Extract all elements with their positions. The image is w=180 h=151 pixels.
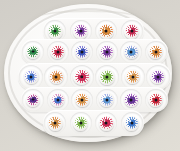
doll-eye-orange <box>99 24 114 39</box>
highlight-glint <box>30 49 32 51</box>
doll-eye-green <box>26 45 40 59</box>
highlight-glint <box>155 73 157 75</box>
pupil <box>105 122 108 125</box>
highlight-glint <box>129 48 131 50</box>
tray-row-5 <box>43 110 144 136</box>
pupil <box>105 98 108 101</box>
doll-eye-red <box>148 92 163 107</box>
eye-well <box>120 89 142 111</box>
pupil <box>32 98 35 101</box>
eye-well <box>71 41 93 63</box>
doll-eye-purple <box>124 92 139 107</box>
highlight-glint <box>104 96 106 98</box>
doll-eye-crimson <box>73 68 90 85</box>
highlight-glint <box>30 97 32 99</box>
eye-well <box>96 89 118 111</box>
pupil <box>55 75 58 78</box>
pupil <box>130 98 133 101</box>
eye-well <box>70 112 92 134</box>
doll-eye-amber <box>48 116 63 131</box>
doll-eye-orange <box>49 69 64 84</box>
pupil <box>56 50 59 53</box>
eye-well <box>121 112 143 134</box>
pupil <box>130 50 133 53</box>
eye-well <box>19 65 43 89</box>
pupil <box>56 98 59 101</box>
highlight-glint <box>104 120 106 122</box>
eye-well <box>22 89 44 111</box>
highlight-glint <box>28 73 30 75</box>
doll-eye-light-green <box>73 116 88 131</box>
highlight-glint <box>52 120 54 122</box>
eye-well <box>145 41 167 63</box>
doll-eye-crimson <box>124 24 139 39</box>
doll-eye-light-green <box>99 69 115 85</box>
tray-row-4 <box>21 87 168 112</box>
eye-well <box>95 112 117 134</box>
doll-eye-green <box>48 24 63 39</box>
eye-well <box>47 41 69 63</box>
eye-well <box>44 112 66 134</box>
pupil <box>156 75 159 78</box>
eye-well <box>70 65 94 89</box>
doll-eye-dark-purple <box>26 93 40 107</box>
eye-well <box>44 65 68 89</box>
tray-row-3 <box>18 63 171 90</box>
pupil <box>81 50 84 53</box>
highlight-glint <box>104 73 106 75</box>
eye-well <box>47 89 69 111</box>
pupil <box>30 75 33 78</box>
doll-eye-light-blue <box>99 92 114 107</box>
highlight-glint <box>104 48 106 50</box>
pupil <box>79 30 82 33</box>
highlight-glint <box>129 28 131 30</box>
eye-well <box>96 41 118 63</box>
doll-eye-crimson <box>99 116 114 131</box>
highlight-glint <box>153 96 155 98</box>
doll-eye-amber <box>125 69 140 84</box>
pupil <box>154 50 157 53</box>
highlight-glint <box>55 48 57 50</box>
doll-eye-violet <box>150 69 165 84</box>
doll-eye-blue <box>75 44 90 59</box>
pupil <box>105 30 108 33</box>
highlight-glint <box>104 28 106 30</box>
photo-background <box>0 0 180 151</box>
highlight-glint <box>78 28 80 30</box>
highlight-glint <box>78 120 80 122</box>
doll-eye-amber <box>75 92 90 107</box>
eye-well <box>71 89 93 111</box>
pupil <box>130 122 133 125</box>
doll-eye-orange <box>148 44 163 59</box>
pupil <box>79 122 82 125</box>
eye-well <box>95 65 119 89</box>
highlight-glint <box>55 96 57 98</box>
doll-eye-light-blue <box>124 44 139 59</box>
highlight-glint <box>79 48 81 50</box>
highlight-glint <box>129 96 131 98</box>
pupil <box>81 98 84 101</box>
doll-eye-purple <box>99 44 114 59</box>
highlight-glint <box>129 120 131 122</box>
pupil <box>130 30 133 33</box>
highlight-glint <box>153 48 155 50</box>
doll-eye-blue <box>24 69 39 84</box>
doll-eye-blue <box>50 92 65 107</box>
doll-eye-crimson <box>50 44 65 59</box>
display-tray <box>4 4 172 142</box>
pupil <box>54 122 57 125</box>
pupil <box>32 50 35 53</box>
highlight-glint <box>54 73 56 75</box>
eye-well <box>121 65 145 89</box>
highlight-glint <box>52 28 54 30</box>
highlight-glint <box>130 73 132 75</box>
eye-well <box>145 89 167 111</box>
highlight-glint <box>79 96 81 98</box>
pupil <box>54 30 57 33</box>
pupil <box>105 50 108 53</box>
doll-eye-purple <box>73 24 88 39</box>
eye-well <box>22 41 44 63</box>
eye-well <box>146 65 170 89</box>
pupil <box>154 98 157 101</box>
pupil <box>131 75 134 78</box>
eye-well <box>120 41 142 63</box>
tray-row-2 <box>21 39 168 64</box>
doll-eye-blue <box>124 116 139 131</box>
